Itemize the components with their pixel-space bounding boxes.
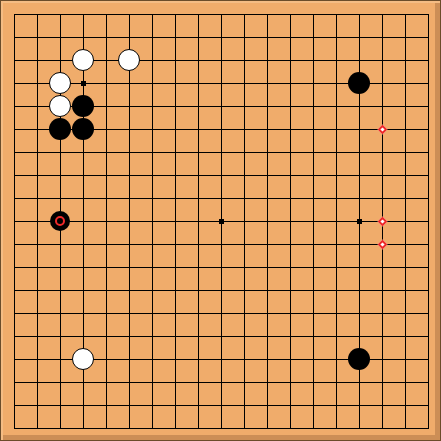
intersection-D9[interactable] xyxy=(72,233,95,256)
intersection-C11[interactable] xyxy=(49,187,72,210)
intersection-M16[interactable] xyxy=(256,72,279,95)
intersection-O18[interactable] xyxy=(302,26,325,49)
intersection-A15[interactable] xyxy=(3,95,26,118)
intersection-N9[interactable] xyxy=(279,233,302,256)
intersection-L16[interactable] xyxy=(233,72,256,95)
intersection-F8[interactable] xyxy=(118,256,141,279)
intersection-F13[interactable] xyxy=(118,141,141,164)
intersection-Q2[interactable] xyxy=(348,394,371,417)
intersection-A1[interactable] xyxy=(3,417,26,440)
intersection-L9[interactable] xyxy=(233,233,256,256)
intersection-P4[interactable] xyxy=(325,348,348,371)
intersection-S15[interactable] xyxy=(394,95,417,118)
intersection-J3[interactable] xyxy=(187,371,210,394)
intersection-C6[interactable] xyxy=(49,302,72,325)
intersection-S19[interactable] xyxy=(394,3,417,26)
intersection-Q19[interactable] xyxy=(348,3,371,26)
intersection-J17[interactable] xyxy=(187,49,210,72)
intersection-P10[interactable] xyxy=(325,210,348,233)
intersection-F6[interactable] xyxy=(118,302,141,325)
intersection-M15[interactable] xyxy=(256,95,279,118)
intersection-S16[interactable] xyxy=(394,72,417,95)
intersection-B10[interactable] xyxy=(26,210,49,233)
intersection-O8[interactable] xyxy=(302,256,325,279)
intersection-Q3[interactable] xyxy=(348,371,371,394)
intersection-K7[interactable] xyxy=(210,279,233,302)
intersection-O10[interactable] xyxy=(302,210,325,233)
intersection-R13[interactable] xyxy=(371,141,394,164)
intersection-E7[interactable] xyxy=(95,279,118,302)
intersection-D3[interactable] xyxy=(72,371,95,394)
intersection-N3[interactable] xyxy=(279,371,302,394)
intersection-K13[interactable] xyxy=(210,141,233,164)
intersection-P7[interactable] xyxy=(325,279,348,302)
intersection-A5[interactable] xyxy=(3,325,26,348)
intersection-H13[interactable] xyxy=(164,141,187,164)
intersection-Q17[interactable] xyxy=(348,49,371,72)
intersection-H6[interactable] xyxy=(164,302,187,325)
intersection-B5[interactable] xyxy=(26,325,49,348)
intersection-R17[interactable] xyxy=(371,49,394,72)
intersection-P15[interactable] xyxy=(325,95,348,118)
intersection-T2[interactable] xyxy=(417,394,440,417)
intersection-D14[interactable] xyxy=(72,118,95,141)
intersection-N11[interactable] xyxy=(279,187,302,210)
intersection-B8[interactable] xyxy=(26,256,49,279)
intersection-S10[interactable] xyxy=(394,210,417,233)
intersection-C4[interactable] xyxy=(49,348,72,371)
intersection-B6[interactable] xyxy=(26,302,49,325)
intersection-J1[interactable] xyxy=(187,417,210,440)
intersection-K5[interactable] xyxy=(210,325,233,348)
intersection-D7[interactable] xyxy=(72,279,95,302)
intersection-T5[interactable] xyxy=(417,325,440,348)
intersection-H10[interactable] xyxy=(164,210,187,233)
intersection-J5[interactable] xyxy=(187,325,210,348)
intersection-H3[interactable] xyxy=(164,371,187,394)
intersection-Q4[interactable] xyxy=(348,348,371,371)
intersection-E13[interactable] xyxy=(95,141,118,164)
intersection-J11[interactable] xyxy=(187,187,210,210)
intersection-T7[interactable] xyxy=(417,279,440,302)
intersection-S6[interactable] xyxy=(394,302,417,325)
intersection-H12[interactable] xyxy=(164,164,187,187)
intersection-K14[interactable] xyxy=(210,118,233,141)
intersection-F1[interactable] xyxy=(118,417,141,440)
intersection-E12[interactable] xyxy=(95,164,118,187)
intersection-G2[interactable] xyxy=(141,394,164,417)
intersection-N8[interactable] xyxy=(279,256,302,279)
intersection-A13[interactable] xyxy=(3,141,26,164)
intersection-N16[interactable] xyxy=(279,72,302,95)
intersection-E16[interactable] xyxy=(95,72,118,95)
intersection-H15[interactable] xyxy=(164,95,187,118)
intersection-D4[interactable] xyxy=(72,348,95,371)
intersection-N17[interactable] xyxy=(279,49,302,72)
intersection-F2[interactable] xyxy=(118,394,141,417)
intersection-L2[interactable] xyxy=(233,394,256,417)
intersection-S9[interactable] xyxy=(394,233,417,256)
intersection-P13[interactable] xyxy=(325,141,348,164)
intersection-P8[interactable] xyxy=(325,256,348,279)
intersection-P2[interactable] xyxy=(325,394,348,417)
intersection-B3[interactable] xyxy=(26,371,49,394)
intersection-S4[interactable] xyxy=(394,348,417,371)
intersection-L14[interactable] xyxy=(233,118,256,141)
intersection-O14[interactable] xyxy=(302,118,325,141)
intersection-O9[interactable] xyxy=(302,233,325,256)
intersection-S13[interactable] xyxy=(394,141,417,164)
intersection-R11[interactable] xyxy=(371,187,394,210)
intersection-R6[interactable] xyxy=(371,302,394,325)
intersection-A10[interactable] xyxy=(3,210,26,233)
intersection-J2[interactable] xyxy=(187,394,210,417)
intersection-P18[interactable] xyxy=(325,26,348,49)
intersection-M19[interactable] xyxy=(256,3,279,26)
intersection-R8[interactable] xyxy=(371,256,394,279)
intersection-K4[interactable] xyxy=(210,348,233,371)
intersection-T17[interactable] xyxy=(417,49,440,72)
intersection-G9[interactable] xyxy=(141,233,164,256)
intersection-G7[interactable] xyxy=(141,279,164,302)
intersection-D18[interactable] xyxy=(72,26,95,49)
intersection-M9[interactable] xyxy=(256,233,279,256)
intersection-O6[interactable] xyxy=(302,302,325,325)
intersection-J14[interactable] xyxy=(187,118,210,141)
intersection-P19[interactable] xyxy=(325,3,348,26)
intersection-K16[interactable] xyxy=(210,72,233,95)
intersection-B16[interactable] xyxy=(26,72,49,95)
intersection-K12[interactable] xyxy=(210,164,233,187)
intersection-J4[interactable] xyxy=(187,348,210,371)
intersection-H4[interactable] xyxy=(164,348,187,371)
intersection-C9[interactable] xyxy=(49,233,72,256)
intersection-E8[interactable] xyxy=(95,256,118,279)
intersection-E11[interactable] xyxy=(95,187,118,210)
intersection-M6[interactable] xyxy=(256,302,279,325)
intersection-N2[interactable] xyxy=(279,394,302,417)
intersection-N13[interactable] xyxy=(279,141,302,164)
intersection-E5[interactable] xyxy=(95,325,118,348)
intersection-N1[interactable] xyxy=(279,417,302,440)
intersection-G15[interactable] xyxy=(141,95,164,118)
intersection-L4[interactable] xyxy=(233,348,256,371)
intersection-T4[interactable] xyxy=(417,348,440,371)
intersection-N6[interactable] xyxy=(279,302,302,325)
intersection-G18[interactable] xyxy=(141,26,164,49)
intersection-G5[interactable] xyxy=(141,325,164,348)
intersection-M2[interactable] xyxy=(256,394,279,417)
intersection-Q18[interactable] xyxy=(348,26,371,49)
intersection-A6[interactable] xyxy=(3,302,26,325)
intersection-R7[interactable] xyxy=(371,279,394,302)
intersection-B4[interactable] xyxy=(26,348,49,371)
intersection-O11[interactable] xyxy=(302,187,325,210)
intersection-G13[interactable] xyxy=(141,141,164,164)
intersection-P9[interactable] xyxy=(325,233,348,256)
intersection-R9[interactable] xyxy=(371,233,394,256)
intersection-L15[interactable] xyxy=(233,95,256,118)
intersection-K17[interactable] xyxy=(210,49,233,72)
intersection-D15[interactable] xyxy=(72,95,95,118)
intersection-O5[interactable] xyxy=(302,325,325,348)
intersection-S1[interactable] xyxy=(394,417,417,440)
intersection-R15[interactable] xyxy=(371,95,394,118)
intersection-F4[interactable] xyxy=(118,348,141,371)
intersection-H11[interactable] xyxy=(164,187,187,210)
intersection-S3[interactable] xyxy=(394,371,417,394)
intersection-O15[interactable] xyxy=(302,95,325,118)
intersection-D2[interactable] xyxy=(72,394,95,417)
intersection-A2[interactable] xyxy=(3,394,26,417)
intersection-Q12[interactable] xyxy=(348,164,371,187)
intersection-L17[interactable] xyxy=(233,49,256,72)
intersection-T14[interactable] xyxy=(417,118,440,141)
intersection-L3[interactable] xyxy=(233,371,256,394)
intersection-N7[interactable] xyxy=(279,279,302,302)
intersection-G10[interactable] xyxy=(141,210,164,233)
intersection-R18[interactable] xyxy=(371,26,394,49)
intersection-T6[interactable] xyxy=(417,302,440,325)
intersection-E15[interactable] xyxy=(95,95,118,118)
intersection-O1[interactable] xyxy=(302,417,325,440)
intersection-H7[interactable] xyxy=(164,279,187,302)
intersection-P17[interactable] xyxy=(325,49,348,72)
intersection-K15[interactable] xyxy=(210,95,233,118)
intersection-H19[interactable] xyxy=(164,3,187,26)
intersection-E2[interactable] xyxy=(95,394,118,417)
intersection-M1[interactable] xyxy=(256,417,279,440)
intersection-K6[interactable] xyxy=(210,302,233,325)
intersection-A8[interactable] xyxy=(3,256,26,279)
intersection-E10[interactable] xyxy=(95,210,118,233)
intersection-Q14[interactable] xyxy=(348,118,371,141)
intersection-R14[interactable] xyxy=(371,118,394,141)
intersection-K1[interactable] xyxy=(210,417,233,440)
intersection-L18[interactable] xyxy=(233,26,256,49)
intersection-O19[interactable] xyxy=(302,3,325,26)
intersection-L6[interactable] xyxy=(233,302,256,325)
intersection-M13[interactable] xyxy=(256,141,279,164)
intersection-N12[interactable] xyxy=(279,164,302,187)
intersection-C7[interactable] xyxy=(49,279,72,302)
intersection-H9[interactable] xyxy=(164,233,187,256)
intersection-B13[interactable] xyxy=(26,141,49,164)
intersection-G12[interactable] xyxy=(141,164,164,187)
intersection-S5[interactable] xyxy=(394,325,417,348)
intersection-C14[interactable] xyxy=(49,118,72,141)
intersection-P14[interactable] xyxy=(325,118,348,141)
intersection-D17[interactable] xyxy=(72,49,95,72)
intersection-O17[interactable] xyxy=(302,49,325,72)
intersection-F15[interactable] xyxy=(118,95,141,118)
intersection-Q13[interactable] xyxy=(348,141,371,164)
intersection-O3[interactable] xyxy=(302,371,325,394)
intersection-F16[interactable] xyxy=(118,72,141,95)
intersection-M8[interactable] xyxy=(256,256,279,279)
intersection-D1[interactable] xyxy=(72,417,95,440)
intersection-P12[interactable] xyxy=(325,164,348,187)
intersection-L11[interactable] xyxy=(233,187,256,210)
intersection-H14[interactable] xyxy=(164,118,187,141)
intersection-B7[interactable] xyxy=(26,279,49,302)
intersection-Q11[interactable] xyxy=(348,187,371,210)
intersection-N10[interactable] xyxy=(279,210,302,233)
intersection-B11[interactable] xyxy=(26,187,49,210)
intersection-J15[interactable] xyxy=(187,95,210,118)
intersection-T18[interactable] xyxy=(417,26,440,49)
intersection-S12[interactable] xyxy=(394,164,417,187)
intersection-L5[interactable] xyxy=(233,325,256,348)
intersection-M14[interactable] xyxy=(256,118,279,141)
intersection-J19[interactable] xyxy=(187,3,210,26)
intersection-J10[interactable] xyxy=(187,210,210,233)
intersection-A17[interactable] xyxy=(3,49,26,72)
intersection-G14[interactable] xyxy=(141,118,164,141)
intersection-C12[interactable] xyxy=(49,164,72,187)
intersection-F7[interactable] xyxy=(118,279,141,302)
intersection-M3[interactable] xyxy=(256,371,279,394)
intersection-R2[interactable] xyxy=(371,394,394,417)
intersection-N14[interactable] xyxy=(279,118,302,141)
intersection-L8[interactable] xyxy=(233,256,256,279)
intersection-P6[interactable] xyxy=(325,302,348,325)
intersection-D10[interactable] xyxy=(72,210,95,233)
intersection-R16[interactable] xyxy=(371,72,394,95)
intersection-K11[interactable] xyxy=(210,187,233,210)
intersection-A4[interactable] xyxy=(3,348,26,371)
intersection-A7[interactable] xyxy=(3,279,26,302)
intersection-N18[interactable] xyxy=(279,26,302,49)
intersection-S8[interactable] xyxy=(394,256,417,279)
intersection-A9[interactable] xyxy=(3,233,26,256)
intersection-C8[interactable] xyxy=(49,256,72,279)
intersection-A11[interactable] xyxy=(3,187,26,210)
intersection-F12[interactable] xyxy=(118,164,141,187)
intersection-L1[interactable] xyxy=(233,417,256,440)
intersection-R4[interactable] xyxy=(371,348,394,371)
intersection-F18[interactable] xyxy=(118,26,141,49)
intersection-E14[interactable] xyxy=(95,118,118,141)
intersection-M18[interactable] xyxy=(256,26,279,49)
intersection-D6[interactable] xyxy=(72,302,95,325)
intersection-A16[interactable] xyxy=(3,72,26,95)
intersection-Q5[interactable] xyxy=(348,325,371,348)
intersection-A12[interactable] xyxy=(3,164,26,187)
intersection-Q10[interactable] xyxy=(348,210,371,233)
intersection-B14[interactable] xyxy=(26,118,49,141)
intersection-C5[interactable] xyxy=(49,325,72,348)
intersection-D5[interactable] xyxy=(72,325,95,348)
intersection-F17[interactable] xyxy=(118,49,141,72)
intersection-C18[interactable] xyxy=(49,26,72,49)
intersection-S11[interactable] xyxy=(394,187,417,210)
intersection-B1[interactable] xyxy=(26,417,49,440)
intersection-R1[interactable] xyxy=(371,417,394,440)
intersection-T10[interactable] xyxy=(417,210,440,233)
intersection-J18[interactable] xyxy=(187,26,210,49)
intersection-R5[interactable] xyxy=(371,325,394,348)
intersection-T11[interactable] xyxy=(417,187,440,210)
intersection-Q8[interactable] xyxy=(348,256,371,279)
intersection-C15[interactable] xyxy=(49,95,72,118)
intersection-M4[interactable] xyxy=(256,348,279,371)
intersection-T3[interactable] xyxy=(417,371,440,394)
intersection-S14[interactable] xyxy=(394,118,417,141)
intersection-T9[interactable] xyxy=(417,233,440,256)
intersection-A19[interactable] xyxy=(3,3,26,26)
intersection-B12[interactable] xyxy=(26,164,49,187)
intersection-E9[interactable] xyxy=(95,233,118,256)
intersection-B2[interactable] xyxy=(26,394,49,417)
intersection-E6[interactable] xyxy=(95,302,118,325)
intersection-K8[interactable] xyxy=(210,256,233,279)
intersection-J13[interactable] xyxy=(187,141,210,164)
intersection-M10[interactable] xyxy=(256,210,279,233)
intersection-E3[interactable] xyxy=(95,371,118,394)
intersection-D19[interactable] xyxy=(72,3,95,26)
intersection-E18[interactable] xyxy=(95,26,118,49)
intersection-D16[interactable] xyxy=(72,72,95,95)
intersection-B15[interactable] xyxy=(26,95,49,118)
intersection-H8[interactable] xyxy=(164,256,187,279)
intersection-C3[interactable] xyxy=(49,371,72,394)
intersection-Q9[interactable] xyxy=(348,233,371,256)
intersection-G8[interactable] xyxy=(141,256,164,279)
intersection-H18[interactable] xyxy=(164,26,187,49)
intersection-H1[interactable] xyxy=(164,417,187,440)
intersection-Q6[interactable] xyxy=(348,302,371,325)
intersection-C13[interactable] xyxy=(49,141,72,164)
intersection-L13[interactable] xyxy=(233,141,256,164)
intersection-A14[interactable] xyxy=(3,118,26,141)
intersection-H2[interactable] xyxy=(164,394,187,417)
intersection-L7[interactable] xyxy=(233,279,256,302)
intersection-E17[interactable] xyxy=(95,49,118,72)
intersection-C2[interactable] xyxy=(49,394,72,417)
intersection-M12[interactable] xyxy=(256,164,279,187)
intersection-F19[interactable] xyxy=(118,3,141,26)
intersection-J7[interactable] xyxy=(187,279,210,302)
intersection-J8[interactable] xyxy=(187,256,210,279)
intersection-K3[interactable] xyxy=(210,371,233,394)
intersection-F14[interactable] xyxy=(118,118,141,141)
intersection-H5[interactable] xyxy=(164,325,187,348)
intersection-T1[interactable] xyxy=(417,417,440,440)
intersection-F10[interactable] xyxy=(118,210,141,233)
intersection-B19[interactable] xyxy=(26,3,49,26)
intersection-T8[interactable] xyxy=(417,256,440,279)
intersection-E4[interactable] xyxy=(95,348,118,371)
intersection-D13[interactable] xyxy=(72,141,95,164)
intersection-D8[interactable] xyxy=(72,256,95,279)
intersection-O2[interactable] xyxy=(302,394,325,417)
intersection-A18[interactable] xyxy=(3,26,26,49)
intersection-S18[interactable] xyxy=(394,26,417,49)
intersection-P11[interactable] xyxy=(325,187,348,210)
intersection-O16[interactable] xyxy=(302,72,325,95)
intersection-H16[interactable] xyxy=(164,72,187,95)
intersection-S2[interactable] xyxy=(394,394,417,417)
intersection-G3[interactable] xyxy=(141,371,164,394)
intersection-Q15[interactable] xyxy=(348,95,371,118)
intersection-A3[interactable] xyxy=(3,371,26,394)
intersection-Q7[interactable] xyxy=(348,279,371,302)
intersection-F5[interactable] xyxy=(118,325,141,348)
intersection-D12[interactable] xyxy=(72,164,95,187)
intersection-F9[interactable] xyxy=(118,233,141,256)
intersection-K18[interactable] xyxy=(210,26,233,49)
